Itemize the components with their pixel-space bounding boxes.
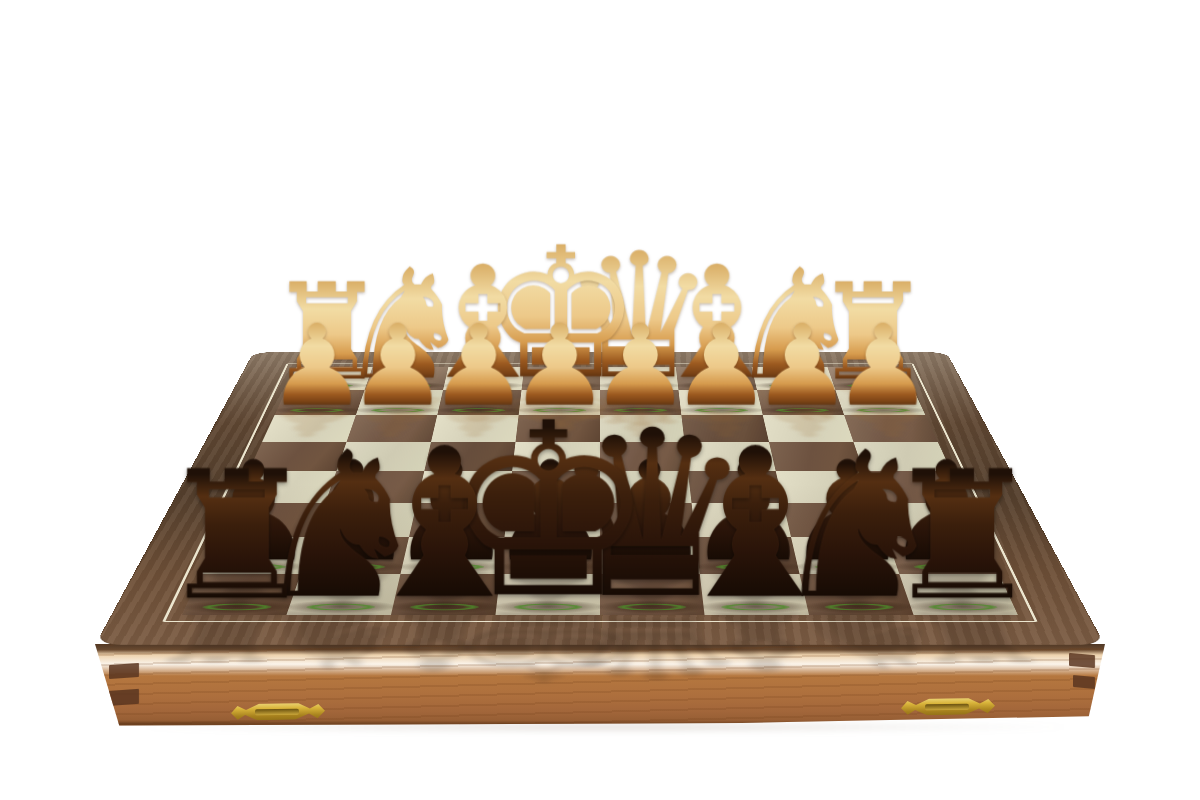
product-photo-backdrop: ♜♜♞♞♝♝♛♛♚♚♝♝♞♞♜♜♟♟♟♟♟♟♟♟♟♟♟♟♟♟♟♟♟♟♟♟♟♟♟♟… — [0, 0, 1200, 800]
square-a3 — [844, 415, 938, 442]
square-a4 — [854, 442, 952, 471]
square-a5 — [864, 471, 966, 502]
square-c5 — [688, 471, 783, 502]
square-g6 — [314, 503, 417, 537]
square-d1 — [600, 367, 679, 390]
brass-latch-right — [901, 695, 995, 718]
square-g1 — [364, 367, 448, 390]
square-d3 — [600, 415, 685, 442]
square-d8 — [600, 574, 705, 615]
square-d6 — [600, 503, 695, 537]
square-f8 — [391, 574, 500, 615]
square-g8 — [286, 574, 400, 615]
board-3d-scene: ♜♜♞♞♝♝♛♛♚♚♝♝♞♞♜♜♟♟♟♟♟♟♟♟♟♟♟♟♟♟♟♟♟♟♟♟♟♟♟♟… — [95, 0, 1105, 645]
square-a1 — [827, 367, 914, 390]
square-a8 — [899, 574, 1018, 615]
chess-board: ♜♜♞♞♝♝♛♛♚♚♝♝♞♞♜♜♟♟♟♟♟♟♟♟♟♟♟♟♟♟♟♟♟♟♟♟♟♟♟♟… — [95, 352, 1105, 645]
square-g2 — [356, 390, 443, 415]
square-d7 — [600, 537, 700, 574]
square-f2 — [437, 390, 521, 415]
brass-latch-left — [231, 700, 325, 723]
white-pawn-glyph: ♟ — [267, 321, 368, 411]
square-g4 — [336, 442, 431, 471]
square-d4 — [600, 442, 688, 471]
square-f4 — [424, 442, 515, 471]
square-c3 — [681, 415, 769, 442]
square-c1 — [676, 367, 757, 390]
square-g5 — [325, 471, 424, 502]
square-c7 — [695, 537, 799, 574]
square-g7 — [301, 537, 409, 574]
square-d2 — [600, 390, 681, 415]
square-d5 — [600, 471, 692, 502]
square-a6 — [875, 503, 982, 537]
square-g3 — [346, 415, 437, 442]
black-rook-glyph: ♜ — [158, 465, 317, 607]
square-a7 — [886, 537, 999, 574]
square-f6 — [409, 503, 508, 537]
square-a2 — [836, 390, 926, 415]
